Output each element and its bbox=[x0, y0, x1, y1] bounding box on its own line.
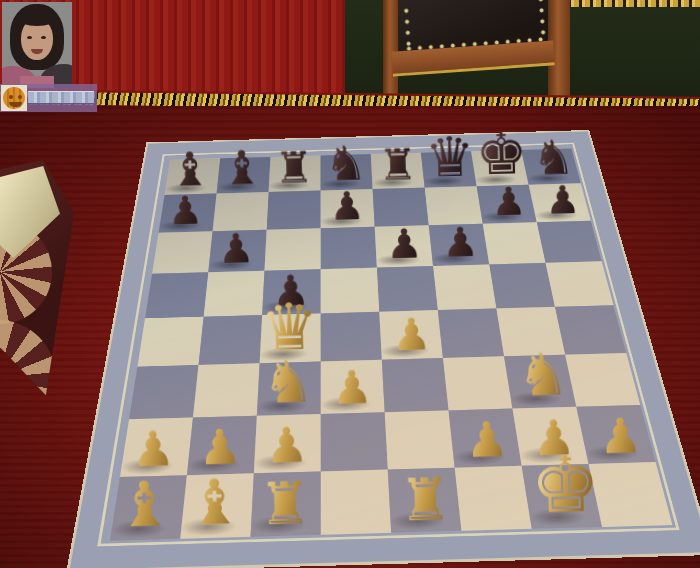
square-b4[interactable] bbox=[199, 315, 263, 365]
square-b6[interactable]: ♟ bbox=[208, 230, 266, 272]
square-b8[interactable]: ♝ bbox=[217, 157, 271, 194]
square-h6[interactable] bbox=[537, 221, 602, 263]
square-a5[interactable] bbox=[145, 272, 208, 318]
square-d7[interactable]: ♟ bbox=[321, 189, 375, 228]
square-b1[interactable]: ♝ bbox=[180, 473, 254, 538]
square-e5[interactable] bbox=[377, 266, 438, 312]
square-d3[interactable]: ♟ bbox=[321, 360, 385, 414]
square-a3[interactable] bbox=[129, 365, 198, 419]
board-perspective: ♝♝♜♞♜♛♚♞♟♟♟♟♟♟♟♟♛♟♞♟♞♟♟♟♟♟♟♝♝♜♜♚ bbox=[0, 0, 700, 568]
piece-black-knight-d8[interactable]: ♞ bbox=[319, 140, 372, 189]
piece-black-bishop-a8[interactable]: ♝ bbox=[164, 145, 217, 193]
smiley-mouth bbox=[9, 102, 22, 107]
piece-white-bishop-a1[interactable]: ♝ bbox=[109, 473, 181, 537]
piece-white-bishop-b1[interactable]: ♝ bbox=[179, 471, 251, 535]
square-d6[interactable] bbox=[321, 227, 377, 269]
board-tilt-wrapper: ♝♝♜♞♜♛♚♞♟♟♟♟♟♟♟♟♛♟♞♟♞♟♟♟♟♟♟♝♝♜♜♚ bbox=[0, 0, 700, 568]
square-c7[interactable] bbox=[267, 191, 321, 230]
square-d1[interactable] bbox=[321, 470, 391, 535]
board-squares: ♝♝♜♞♜♛♚♞♟♟♟♟♟♟♟♟♛♟♞♟♞♟♟♟♟♟♟♝♝♜♜♚ bbox=[110, 148, 673, 540]
piece-black-knight-h8[interactable]: ♞ bbox=[527, 134, 580, 183]
smiley-icon bbox=[3, 87, 25, 109]
piece-black-queen-f8[interactable]: ♛ bbox=[423, 129, 476, 185]
piece-black-pawn-g7[interactable]: ♟ bbox=[481, 181, 536, 221]
piece-black-pawn-e6[interactable]: ♟ bbox=[376, 223, 433, 265]
piece-white-king-g1[interactable]: ♚ bbox=[529, 445, 601, 525]
piece-black-pawn-a7[interactable]: ♟ bbox=[158, 190, 213, 230]
avatar-eye bbox=[41, 36, 46, 39]
piece-black-rook-e8[interactable]: ♜ bbox=[371, 142, 424, 187]
avatar-bangs bbox=[18, 12, 56, 26]
square-g6[interactable] bbox=[483, 222, 546, 264]
square-d5[interactable] bbox=[321, 268, 380, 314]
square-f4[interactable] bbox=[438, 308, 504, 358]
square-f2[interactable]: ♟ bbox=[449, 409, 522, 468]
opponent-avatar bbox=[2, 2, 72, 88]
square-e8[interactable]: ♜ bbox=[371, 153, 425, 189]
square-c2[interactable]: ♟ bbox=[254, 414, 321, 473]
square-a6[interactable] bbox=[152, 231, 213, 274]
square-g5[interactable] bbox=[489, 263, 555, 309]
square-g3[interactable]: ♞ bbox=[504, 355, 576, 409]
piece-white-pawn-d3[interactable]: ♟ bbox=[319, 363, 384, 411]
piece-white-pawn-b2[interactable]: ♟ bbox=[186, 422, 254, 472]
piece-white-pawn-a2[interactable]: ♟ bbox=[119, 424, 187, 474]
piece-white-knight-c3[interactable]: ♞ bbox=[255, 352, 320, 412]
piece-white-pawn-c2[interactable]: ♟ bbox=[253, 420, 321, 470]
piece-black-bishop-b8[interactable]: ♝ bbox=[216, 144, 269, 192]
mood-progress-bar[interactable] bbox=[28, 91, 94, 104]
square-g7[interactable]: ♟ bbox=[477, 185, 537, 224]
square-e1[interactable]: ♜ bbox=[388, 468, 462, 533]
square-b5[interactable] bbox=[204, 271, 265, 317]
square-e2[interactable] bbox=[385, 410, 455, 469]
square-c8[interactable]: ♜ bbox=[269, 155, 321, 192]
piece-black-pawn-b6[interactable]: ♟ bbox=[207, 228, 264, 270]
square-h7[interactable]: ♟ bbox=[529, 183, 591, 222]
square-d2[interactable] bbox=[321, 412, 388, 471]
piece-white-knight-g3[interactable]: ♞ bbox=[510, 345, 575, 405]
square-f8[interactable]: ♛ bbox=[421, 151, 477, 187]
square-f1[interactable] bbox=[455, 466, 532, 531]
square-f3[interactable] bbox=[443, 356, 513, 410]
piece-black-pawn-f6[interactable]: ♟ bbox=[432, 222, 489, 264]
piece-white-pawn-f2[interactable]: ♟ bbox=[453, 414, 521, 464]
piece-black-king-g8[interactable]: ♚ bbox=[475, 125, 529, 184]
square-c3[interactable]: ♞ bbox=[257, 361, 321, 415]
smiley-eye bbox=[9, 95, 13, 99]
square-e6[interactable]: ♟ bbox=[375, 225, 433, 267]
square-c6[interactable] bbox=[264, 228, 320, 270]
piece-white-pawn-e4[interactable]: ♟ bbox=[380, 311, 442, 357]
square-a1[interactable]: ♝ bbox=[110, 475, 187, 540]
square-f5[interactable] bbox=[433, 264, 496, 310]
piece-black-rook-c8[interactable]: ♜ bbox=[268, 145, 321, 190]
chess-board: ♝♝♜♞♜♛♚♞♟♟♟♟♟♟♟♟♛♟♞♟♞♟♟♟♟♟♟♝♝♜♜♚ bbox=[66, 130, 700, 568]
mood-icon-frame bbox=[1, 85, 27, 111]
square-a4[interactable] bbox=[137, 317, 203, 367]
game-window: ♝♝♜♞♜♛♚♞♟♟♟♟♟♟♟♟♛♟♞♟♞♟♟♟♟♟♟♝♝♜♜♚ bbox=[0, 0, 700, 568]
square-f6[interactable]: ♟ bbox=[429, 224, 490, 266]
opponent-status-bar bbox=[0, 84, 97, 112]
piece-white-rook-e1[interactable]: ♜ bbox=[389, 469, 461, 529]
piece-black-pawn-d7[interactable]: ♟ bbox=[320, 186, 375, 226]
piece-black-pawn-h7[interactable]: ♟ bbox=[535, 180, 590, 220]
square-e4[interactable]: ♟ bbox=[379, 310, 443, 360]
square-h5[interactable] bbox=[545, 261, 613, 307]
avatar-eye bbox=[27, 36, 32, 39]
smiley-eye bbox=[18, 95, 22, 99]
square-e3[interactable] bbox=[382, 358, 449, 412]
square-b3[interactable] bbox=[193, 363, 260, 417]
square-g1[interactable]: ♚ bbox=[522, 464, 602, 529]
square-a7[interactable]: ♟ bbox=[159, 193, 217, 232]
square-c1[interactable]: ♜ bbox=[251, 471, 321, 536]
square-d4[interactable] bbox=[321, 312, 382, 362]
piece-white-rook-c1[interactable]: ♜ bbox=[249, 473, 321, 533]
